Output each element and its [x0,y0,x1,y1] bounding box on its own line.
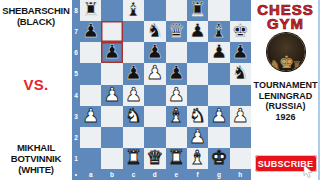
square-f3: ♞ [187,106,208,127]
file-label-a: a [80,169,101,180]
square-f7: ♟ [187,21,208,42]
piece-black-knight: ♞ [232,63,249,82]
rank-label-2: 2 [72,127,80,148]
piece-black-pawn: ♟ [125,63,142,82]
file-label-d: d [144,169,165,180]
file-label-h: h [230,169,251,180]
piece-black-rook: ♜ [189,0,206,19]
mouse-cursor-icon [303,165,315,179]
piece-white-pawn: ♟ [189,127,206,146]
piece-black-pawn: ♟ [189,21,206,40]
square-c1: ♜ [123,148,144,169]
right-panel: CHESS GYM ♞ ♚ ♜ TOURNAMENT LENINGRAD (RU… [251,0,320,180]
piece-white-bishop: ♝ [168,106,185,125]
event-line-city: LENINGRAD [254,91,318,102]
square-d3 [144,106,165,127]
square-a3: ♟ [80,106,101,127]
square-g3: ♟ [208,106,229,127]
piece-black-rook: ♜ [82,0,99,19]
piece-white-queen: ♛ [146,148,163,167]
thumbnail: SHEBARSCHIN (BLACK) VS. MIKHAIL BOTVINNI… [0,0,320,180]
square-h6: ♟ [230,42,251,63]
file-label-b: b [101,169,122,180]
piece-white-bishop: ♝ [189,148,206,167]
square-b4: ♟ [101,85,122,106]
square-a1 [80,148,101,169]
event-line-country: (RUSSIA) [254,101,318,112]
piece-black-pawn: ♟ [168,63,185,82]
black-side-label: (BLACK) [2,16,69,27]
subscribe-button[interactable]: SUBSCRIBE [255,155,317,172]
piece-white-pawn: ♟ [146,63,163,82]
vs-label: VS. [23,76,48,93]
chess-pieces-photo-icon: ♞ ♚ ♜ [267,33,305,71]
logo-rook-glyph: ♜ [292,60,302,71]
square-b6: ♟ [101,42,122,63]
square-f1: ♝ [187,148,208,169]
chess-board: 8♜♝♜7♟♞♛♟♝♚6♟♟♟♟5♟♟♟♞4♟♟♟3♟♞♝♞♟♟2♟1♜♛♜♝♚… [72,0,251,180]
square-b2 [101,127,122,148]
rank-label-3: 3 [72,106,80,127]
white-player-name-line1: MIKHAIL [11,142,61,153]
square-c7 [123,21,144,42]
square-c5: ♟ [123,63,144,84]
square-d6: ♟ [144,42,165,63]
square-f4 [187,85,208,106]
file-label-e: e [166,169,187,180]
square-d7: ♞ [144,21,165,42]
square-a8: ♜ [80,0,101,21]
square-c8: ♝ [123,0,144,21]
rank-label-8: 8 [72,0,80,21]
square-b8 [101,0,122,21]
square-g7: ♝ [208,21,229,42]
white-player-name-line2: BOTVINNIK [11,153,61,164]
square-d1: ♛ [144,148,165,169]
square-c6 [123,42,144,63]
square-e5: ♟ [166,63,187,84]
piece-white-pawn: ♟ [210,106,227,125]
piece-white-pawn: ♟ [232,106,249,125]
square-a4 [80,85,101,106]
square-g4 [208,85,229,106]
piece-white-rook: ♜ [125,148,142,167]
square-b1 [101,148,122,169]
piece-black-pawn: ♟ [210,42,227,61]
piece-black-pawn: ♟ [146,42,163,61]
corner-bullet: • [72,169,80,180]
square-a2 [80,127,101,148]
square-h3: ♟ [230,106,251,127]
square-a7: ♟ [80,21,101,42]
piece-black-pawn: ♟ [82,21,99,40]
square-e8 [166,0,187,21]
square-f2: ♟ [187,127,208,148]
event-line-tournament: TOURNAMENT [254,80,318,91]
rank-label-1: 1 [72,148,80,169]
piece-black-pawn: ♟ [232,42,249,61]
file-label-c: c [123,169,144,180]
piece-white-pawn: ♟ [104,85,121,104]
square-h1 [230,148,251,169]
piece-white-rook: ♜ [168,148,185,167]
piece-black-knight: ♞ [146,21,163,40]
square-d2 [144,127,165,148]
piece-black-bishop: ♝ [210,21,227,40]
piece-black-king: ♚ [232,21,249,40]
piece-white-pawn: ♟ [82,106,99,125]
square-h2 [230,127,251,148]
square-h4 [230,85,251,106]
square-b5 [101,63,122,84]
square-b7 [101,21,122,42]
square-f6 [187,42,208,63]
square-g6: ♟ [208,42,229,63]
square-c2 [123,127,144,148]
square-a5 [80,63,101,84]
square-e7: ♛ [166,21,187,42]
piece-white-pawn: ♟ [168,85,185,104]
square-b3 [101,106,122,127]
left-panel: SHEBARSCHIN (BLACK) VS. MIKHAIL BOTVINNI… [0,0,72,180]
square-c3: ♞ [123,106,144,127]
square-e3: ♝ [166,106,187,127]
piece-white-knight: ♞ [189,106,206,125]
square-d4 [144,85,165,106]
rank-label-6: 6 [72,42,80,63]
piece-white-king: ♚ [210,148,227,167]
square-e2 [166,127,187,148]
square-g2 [208,127,229,148]
event-info: TOURNAMENT LENINGRAD (RUSSIA) 1926 [254,80,318,122]
square-e6 [166,42,187,63]
logo-line2: GYM [257,17,314,31]
square-h8 [230,0,251,21]
white-side-label: (WHITE) [11,164,61,175]
square-a6 [80,42,101,63]
rank-label-7: 7 [72,21,80,42]
square-h5: ♞ [230,63,251,84]
square-e1: ♜ [166,148,187,169]
square-e4: ♟ [166,85,187,106]
file-label-f: f [187,169,208,180]
square-g5 [208,63,229,84]
piece-black-bishop: ♝ [125,0,142,19]
square-d8 [144,0,165,21]
square-f5 [187,63,208,84]
black-player-name: SHEBARSCHIN [2,5,69,16]
piece-white-knight: ♞ [125,106,142,125]
square-h7: ♚ [230,21,251,42]
piece-black-pawn: ♟ [104,42,121,61]
square-d5: ♟ [144,63,165,84]
channel-logo-text: CHESS GYM [257,3,314,31]
square-g1: ♚ [208,148,229,169]
rank-label-5: 5 [72,63,80,84]
piece-black-queen: ♛ [168,21,185,40]
event-line-year: 1926 [254,112,318,123]
file-label-g: g [208,169,229,180]
black-player-block: SHEBARSCHIN (BLACK) [2,5,69,27]
square-g8 [208,0,229,21]
white-player-block: MIKHAIL BOTVINNIK (WHITE) [11,142,61,175]
square-c4: ♟ [123,85,144,106]
rank-label-4: 4 [72,85,80,106]
piece-white-pawn: ♟ [125,85,142,104]
square-f8: ♜ [187,0,208,21]
